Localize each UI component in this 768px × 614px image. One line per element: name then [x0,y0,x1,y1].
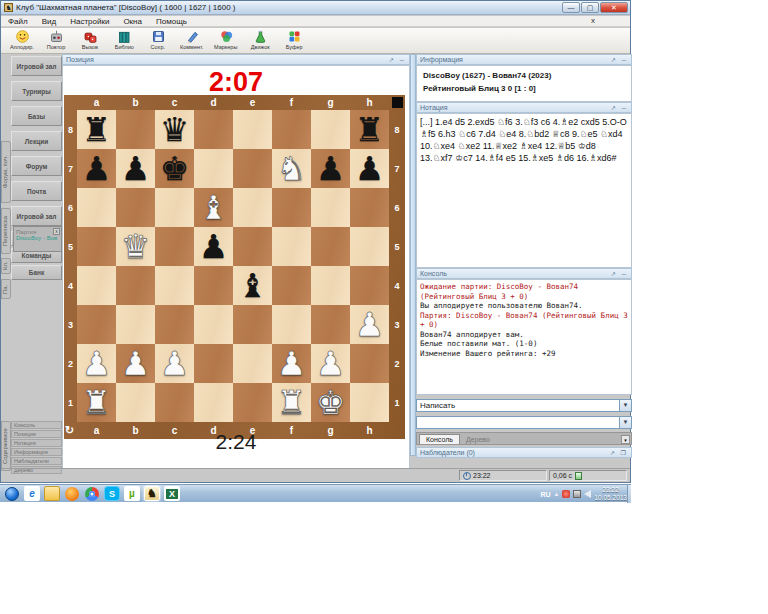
tray-clock[interactable]: 23:22 10.05.2013 [594,486,627,502]
observers-bar[interactable]: Наблюдатели (0) ↗ ❐ [416,447,632,458]
chevron-down-icon[interactable]: ▼ [619,417,631,428]
board-square[interactable] [311,110,350,149]
black-pawn[interactable]: ♟ [316,149,346,188]
write-combobox-value: Написать [420,401,455,410]
app-logo-icon: ♞ [4,3,13,12]
console-panel-title: Консоль [420,270,447,277]
side-to-move-indicator [392,97,403,108]
position-panel-header[interactable]: Позиция ↗ ─ [62,54,410,65]
board-square[interactable] [350,383,389,422]
toolbar-label: Повтор [47,44,65,50]
tab-console[interactable]: Консоль [419,434,460,444]
toolbar-button-replay[interactable]: Повтор [39,29,73,53]
ie-icon[interactable]: e [24,486,40,501]
start-button[interactable] [4,486,20,501]
language-indicator[interactable]: RU [540,491,550,498]
console-log[interactable]: Ожидание партии: DiscoBoy - Вован74 (Рей… [416,279,632,395]
board-square[interactable]: ♟ [311,149,350,188]
board-square[interactable] [233,149,272,188]
board-square[interactable] [233,227,272,266]
board-square[interactable]: ♟ [116,149,155,188]
rank-label: 6 [64,188,77,227]
white-pawn[interactable]: ♟ [121,344,151,383]
board-square[interactable] [155,266,194,305]
white-pawn[interactable]: ♟ [277,344,307,383]
rank-label: 5 [64,227,77,266]
board-square[interactable] [350,188,389,227]
sidebar-button[interactable]: Лекции [11,131,62,151]
black-king[interactable]: ♚ [160,149,190,188]
bottom-tabs: КонсольДерево▾ [416,432,632,445]
observers-label: Наблюдатели (0) [420,449,475,456]
board-square[interactable] [311,305,350,344]
toolbar-markers-icon [219,29,234,44]
rank-label: 4 [389,266,405,305]
tray-date: 10.05.2013 [594,494,627,502]
file-label: a [77,95,116,110]
board-square[interactable]: ♝ [194,188,233,227]
board-square[interactable] [194,149,233,188]
console-line: Вован74 аплодирует вам. [420,330,628,340]
rank-label: 1 [64,383,77,422]
status-bar: 23:22 0,06 с [1,468,630,481]
board-square[interactable] [77,305,116,344]
rank-label: 2 [64,344,77,383]
board-square[interactable]: ♟ [350,305,389,344]
rank-label: 8 [389,110,405,149]
toolbar-button-books[interactable]: Библио [107,29,141,53]
toolbar-smiley-icon [15,29,30,44]
game-tab[interactable]: Партия DiscoBoy - Вов x [13,226,62,252]
contents-item[interactable]: Консоль [11,421,62,429]
board-square[interactable]: ♜ [77,383,116,422]
toolbar-label: Маркеры [214,44,237,50]
black-pawn[interactable]: ♟ [121,149,151,188]
console-panel-header[interactable]: Консоль ↗ ─ [416,268,632,279]
board-square[interactable]: ♚ [311,383,350,422]
position-panel-title: Позиция [66,56,94,63]
board-square[interactable]: ♟ [116,344,155,383]
file-label: h [350,95,389,110]
notation-moves[interactable]: [...] 1.e4 d5 2.exd5 ♘f6 3.♘f3 c6 4.♗e2 … [416,113,632,268]
panel-float-minimize-icons[interactable]: ↗ ─ [611,270,628,277]
rank-label: 8 [64,110,77,149]
toolbar-label: Движок [251,44,270,50]
board-square[interactable] [116,266,155,305]
board-square[interactable] [155,383,194,422]
menu-item[interactable]: Настройки [63,17,116,26]
white-pawn[interactable]: ♟ [355,305,385,344]
board-square[interactable] [155,305,194,344]
explorer-icon[interactable] [44,486,60,501]
toolbar-label: Сохр. [151,44,165,50]
board-square[interactable] [155,188,194,227]
close-button[interactable]: ✕ [600,2,628,13]
info-panel-header[interactable]: Информация ↗ ─ [416,54,632,65]
console-line: Вы аплодируете пользователю Вован74. [420,301,628,311]
board-square[interactable] [272,227,311,266]
board-square[interactable] [116,305,155,344]
sidebar-button[interactable]: Базы [11,106,62,126]
toolbar-button-dice[interactable]: Вызов [73,29,107,53]
white-knight[interactable]: ♞ [277,149,307,188]
status-ping: 0,06 с [553,472,572,479]
status-ping-cell: 0,06 с [549,470,627,481]
toolbar-dice-icon [83,29,98,44]
toolbar-button-pencil[interactable]: Коммент. [175,29,209,53]
file-label: e [233,95,272,110]
rank-label: 1 [389,383,405,422]
contents-list: КонсольПозицияНотацияИнформацияНаблюдате… [11,421,62,475]
menu-bar: ФайлВидНастройкиОкнаПомощьx [1,16,630,27]
contents-item[interactable]: Наблюдатели [11,457,62,465]
sidebar-button[interactable]: Турниры [11,81,62,101]
game-tab-players: DiscoBoy - Вов [16,235,60,241]
contents-item[interactable]: Нотация [11,439,62,447]
black-rook[interactable]: ♜ [82,110,112,149]
rank-label: 4 [64,266,77,305]
board-square[interactable] [350,227,389,266]
window-title: Клуб "Шахматная планета" [DiscoBoy] ( 16… [16,3,236,12]
board-square[interactable] [272,266,311,305]
chess-board: abcdefgh8♜♛♜87♟♟♚♞♟♟76♝65♛♟54♝43♟32♟♟♟♟♟… [64,95,405,439]
file-label: g [311,95,350,110]
console-line: Ожидание партии: DiscoBoy - Вован74 (Рей… [420,282,628,301]
rank-label: 3 [64,305,77,344]
board-square[interactable]: ♟ [155,344,194,383]
board-square[interactable] [311,188,350,227]
info-panel: DiscoBoy (1627) - Вован74 (2023) Рейтинг… [416,65,632,102]
vertical-tab[interactable]: Па. [1,279,11,299]
board-square[interactable]: ♛ [155,110,194,149]
board-square[interactable]: ♟ [77,149,116,188]
desktop: ♞ Клуб "Шахматная планета" [DiscoBoy] ( … [0,0,768,614]
tab-tree[interactable]: Дерево [460,435,496,444]
board-square[interactable] [233,110,272,149]
vertical-tab[interactable]: Кл. [1,258,11,274]
menu-item[interactable]: Помощь [149,17,194,26]
rank-label: 7 [64,149,77,188]
board-square[interactable] [272,188,311,227]
board-square[interactable] [77,266,116,305]
board-square[interactable]: ♟ [272,344,311,383]
connection-icon [575,472,582,480]
sidebar-button[interactable]: Форум [11,156,62,176]
panel-float-minimize-icons[interactable]: ↗ ─ [389,56,406,63]
file-label: c [155,95,194,110]
black-clock: 2:07 [63,67,409,98]
sidebar-button[interactable]: Игровой зал [11,56,62,76]
tab-menu-icon[interactable]: ▾ [621,435,630,444]
toolbar-button-smiley[interactable]: Аплодир. [5,29,39,53]
toolbar-label: Буфер [286,44,303,50]
board-square[interactable] [233,383,272,422]
menu-item[interactable]: Файл [1,17,35,26]
info-panel-title: Информация [420,56,463,63]
board-square[interactable] [311,266,350,305]
chess-club-app-icon[interactable]: ♞ [144,486,160,501]
black-bishop[interactable]: ♝ [238,266,268,305]
toolbar-label: Коммент. [180,44,203,50]
board-corner [389,95,405,110]
board-square[interactable]: ♞ [272,149,311,188]
rank-label: 2 [389,344,405,383]
white-queen[interactable]: ♛ [121,227,151,266]
board-square[interactable] [116,383,155,422]
status-time: 23:22 [473,472,491,479]
board-square[interactable]: ♜ [350,110,389,149]
board-square[interactable] [77,188,116,227]
toolbar-button-flask[interactable]: Движок [243,29,277,53]
sidebar-button[interactable]: Банк [11,265,62,280]
notification-icon[interactable] [562,490,570,498]
players-line: DiscoBoy (1627) - Вован74 (2023) [423,69,625,82]
panel-float-minimize-icons[interactable]: ↗ ─ [611,56,628,63]
notation-panel-header[interactable]: Нотация ↗ ─ [416,102,632,113]
windows-taskbar: e S µ ♞ X RU ▲ 23:22 10.05.2013 [0,484,631,502]
board-area: 2:07 abcdefgh8♜♛♜87♟♟♚♞♟♟76♝65♛♟54♝43♟32… [62,65,410,469]
position-panel: Позиция ↗ ─ 2:07 abcdefgh8♜♛♜87♟♟♚♞♟♟76♝… [62,54,410,469]
minimize-button[interactable]: — [562,2,580,13]
white-pawn[interactable]: ♟ [82,344,112,383]
contents-item[interactable]: Информация [11,448,62,456]
show-desktop-button[interactable] [627,485,631,503]
mdi-close-button[interactable]: x [584,16,602,25]
board-square[interactable] [116,188,155,227]
board-square[interactable] [155,227,194,266]
right-column: Информация ↗ ─ DiscoBoy (1627) - Вован74… [416,54,632,458]
board-square[interactable]: ♜ [77,110,116,149]
board-square[interactable] [233,188,272,227]
toolbar-save-icon [151,29,166,44]
rank-label: 7 [389,149,405,188]
board-square[interactable] [194,305,233,344]
tray-time: 23:22 [594,486,627,494]
white-clock: 2:24 [63,430,409,454]
board-square[interactable]: ♟ [311,344,350,383]
panel-float-minimize-icons[interactable]: ↗ ─ [611,104,628,111]
white-king[interactable]: ♚ [316,383,346,422]
toolbar-books-icon [117,29,132,44]
skype-icon[interactable]: S [104,486,120,501]
board-square[interactable] [350,266,389,305]
board-square[interactable] [194,110,233,149]
toolbar-pencil-icon [185,29,200,44]
toolbar: Аплодир.ПовторВызовБиблиоСохр.Коммент.Ма… [1,28,630,54]
board-square[interactable] [116,110,155,149]
chrome-icon[interactable] [84,486,100,501]
status-time-cell: 23:22 [459,470,547,481]
white-pawn[interactable]: ♟ [316,344,346,383]
sidebar-button[interactable]: Почта [11,181,62,201]
toolbar-button-markers[interactable]: Маркеры [209,29,243,53]
black-rook[interactable]: ♜ [355,110,385,149]
rank-label: 6 [389,188,405,227]
board-square[interactable]: ♛ [116,227,155,266]
file-label: f [272,95,311,110]
notation-panel-title: Нотация [420,104,448,111]
white-pawn[interactable]: ♟ [160,344,190,383]
white-rook[interactable]: ♜ [277,383,307,422]
file-label: b [116,95,155,110]
maximize-button[interactable]: ▢ [581,2,599,13]
chevron-down-icon[interactable]: ▼ [619,400,631,411]
vertical-tab[interactable]: Переписка [1,208,11,254]
board-square[interactable] [233,305,272,344]
system-tray: RU ▲ 23:22 10.05.2013 [540,485,627,503]
toolbar-label: Вызов [82,44,98,50]
game-tab-close-icon[interactable]: x [53,228,60,235]
board-square[interactable] [77,227,116,266]
white-bishop[interactable]: ♝ [199,188,229,227]
black-pawn[interactable]: ♟ [82,149,112,188]
black-pawn[interactable]: ♟ [199,227,229,266]
toolbar-replay-icon [49,29,64,44]
board-square[interactable]: ♝ [233,266,272,305]
console-line: Изменение Вашего рейтинга: +29 [420,349,628,359]
toolbar-flask-icon [253,29,268,44]
utorrent-icon[interactable]: µ [124,486,140,501]
board-square[interactable]: ♚ [155,149,194,188]
contents-item[interactable]: Позиция [11,430,62,438]
board-square[interactable]: ♟ [350,149,389,188]
board-square[interactable]: ♟ [77,344,116,383]
black-queen[interactable]: ♛ [160,110,190,149]
white-rook[interactable]: ♜ [82,383,112,422]
event-line: Рейтинговый Блиц 3 0 [1 : 0] [423,82,625,95]
sidebar-button[interactable]: Игровой зал [11,206,62,226]
excel-icon[interactable]: X [164,486,180,501]
menu-item[interactable]: Окна [116,17,149,26]
menu-item[interactable]: Вид [35,17,63,26]
volume-icon[interactable] [584,490,591,498]
toolbar-label: Библио [114,44,133,50]
rank-label: 5 [389,227,405,266]
board-square[interactable]: ♜ [272,383,311,422]
message-input[interactable]: ▼ [416,416,632,429]
write-combobox[interactable]: Написать ▼ [416,399,632,412]
rank-label: 3 [389,305,405,344]
hidden-icons-arrow[interactable]: ▲ [554,491,560,497]
toolbar-button-save[interactable]: Сохр. [141,29,175,53]
board-corner [64,95,77,110]
board-square[interactable] [311,227,350,266]
panel-float-restore-icons[interactable]: ↗ ❐ [610,449,628,456]
firefox-icon[interactable] [64,486,80,501]
black-pawn[interactable]: ♟ [355,149,385,188]
board-square[interactable] [194,383,233,422]
title-bar[interactable]: ♞ Клуб "Шахматная планета" [DiscoBoy] ( … [1,1,630,15]
board-square[interactable] [272,305,311,344]
clock-icon [463,472,471,480]
toolbar-button-puzzle[interactable]: Буфер [277,29,311,53]
board-square[interactable] [350,344,389,383]
board-square[interactable] [272,110,311,149]
app-window: ♞ Клуб "Шахматная планета" [DiscoBoy] ( … [0,0,631,483]
vertical-tab-contents[interactable]: Содержимое [1,421,11,471]
vertical-tab[interactable]: Форум, поч. [1,141,11,203]
file-label: d [194,95,233,110]
console-line: Партия: DiscoBoy - Вован74 (Рейтинговый … [420,311,628,330]
board-square[interactable]: ♟ [194,227,233,266]
network-icon[interactable] [573,490,581,498]
board-square[interactable] [194,266,233,305]
toolbar-puzzle-icon [287,29,302,44]
board-square[interactable] [194,344,233,383]
console-line: Белые поставили мат. (1-0) [420,339,628,349]
toolbar-label: Аплодир. [10,44,34,50]
board-square[interactable] [233,344,272,383]
